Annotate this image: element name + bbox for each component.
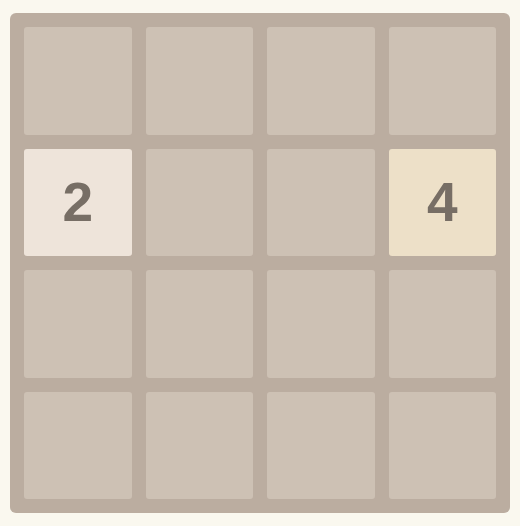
empty-cell-r1c1 [24, 27, 132, 135]
tile-2-r2c1: 2 [24, 149, 132, 257]
empty-cell-r3c2 [146, 270, 254, 378]
empty-cell-r1c3 [267, 27, 375, 135]
empty-cell-r1c2 [146, 27, 254, 135]
empty-cell-r4c2 [146, 392, 254, 500]
empty-cell-r3c1 [24, 270, 132, 378]
empty-cell-r3c3 [267, 270, 375, 378]
empty-cell-r4c3 [267, 392, 375, 500]
game-board-2048[interactable]: 24 [10, 13, 510, 513]
empty-cell-r4c1 [24, 392, 132, 500]
empty-cell-r3c4 [389, 270, 497, 378]
empty-cell-r2c2 [146, 149, 254, 257]
empty-cell-r1c4 [389, 27, 497, 135]
tile-4-r2c4: 4 [389, 149, 497, 257]
empty-cell-r2c3 [267, 149, 375, 257]
empty-cell-r4c4 [389, 392, 497, 500]
